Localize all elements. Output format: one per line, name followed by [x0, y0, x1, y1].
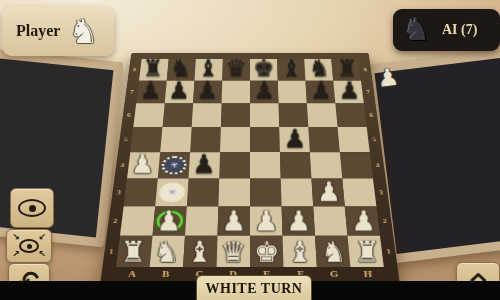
- square-e2[interactable]: ♟: [250, 206, 282, 235]
- white-pawn-e2[interactable]: ♟: [254, 207, 279, 235]
- square-b2[interactable]: ♟: [153, 206, 187, 235]
- rank-label-7-right: 7: [363, 89, 374, 95]
- square-h4[interactable]: [340, 152, 373, 178]
- square-c4[interactable]: ♟: [189, 152, 221, 178]
- rank-label-8-right: 8: [360, 67, 370, 72]
- square-f4[interactable]: [280, 152, 312, 178]
- square-f5[interactable]: ♟: [279, 127, 310, 152]
- ai-level-label: AI (7): [442, 22, 477, 38]
- file-label-B: B: [149, 269, 183, 279]
- square-d3[interactable]: [218, 179, 250, 207]
- square-e5[interactable]: [250, 127, 280, 152]
- square-c7[interactable]: ♟: [193, 81, 222, 104]
- rank-label-4-right: 4: [372, 162, 384, 169]
- square-d8[interactable]: ♛: [222, 59, 250, 81]
- black-bishop-f8[interactable]: ♝: [281, 56, 302, 80]
- square-f3[interactable]: [281, 179, 313, 207]
- square-g2[interactable]: [313, 206, 347, 235]
- turn-indicator-label: WHITE TURN: [206, 281, 303, 297]
- square-c3[interactable]: [187, 179, 219, 207]
- square-g6[interactable]: [307, 103, 338, 127]
- eye-icon: [18, 199, 46, 217]
- square-a7[interactable]: ♟: [136, 81, 167, 104]
- rank-label-7-left: 7: [127, 89, 138, 95]
- square-h3[interactable]: [342, 179, 376, 207]
- player-name-label: Player: [16, 22, 60, 40]
- square-b5[interactable]: [160, 127, 191, 152]
- black-pawn-f5[interactable]: ♟: [283, 126, 306, 152]
- black-pawn-a7[interactable]: ♟: [140, 78, 162, 102]
- square-d1[interactable]: ♛: [217, 236, 250, 267]
- square-a1[interactable]: ♜: [116, 236, 152, 267]
- black-pawn-b7[interactable]: ♟: [168, 78, 190, 102]
- file-label-H: H: [351, 269, 386, 279]
- square-e1[interactable]: ♚: [250, 236, 283, 267]
- black-pawn-c7[interactable]: ♟: [196, 78, 218, 102]
- square-h7[interactable]: ♟: [333, 81, 364, 104]
- black-knight-icon: ♞: [403, 15, 430, 45]
- move-target-b3[interactable]: ✳: [158, 183, 185, 203]
- board-grid: ♜♞♝♛♚♝♞♜♟♟♟♟♟♟♟♟✳♟✳♟♟♟♟♟♟♜♞♝♛♚♝♞♜: [116, 59, 384, 267]
- square-f2[interactable]: ♟: [282, 206, 315, 235]
- square-g1[interactable]: ♞: [315, 236, 350, 267]
- black-pawn-e7[interactable]: ♟: [253, 78, 275, 102]
- square-c6[interactable]: [192, 103, 222, 127]
- rank-label-1-left: 1: [105, 247, 118, 255]
- view-toggle-button[interactable]: [10, 188, 54, 228]
- rank-label-5-left: 5: [120, 136, 131, 142]
- square-f7[interactable]: [278, 81, 307, 104]
- square-f1[interactable]: ♝: [282, 236, 316, 267]
- square-d2[interactable]: ♟: [218, 206, 250, 235]
- game-stage: ♟ ♜♞♝♛♚♝♞♜♟♟♟♟♟♟♟♟✳♟✳♟♟♟♟♟♟♜♞♝♛♚♝♞♜ 1122…: [0, 0, 500, 300]
- move-target-b4[interactable]: ✳: [161, 156, 187, 174]
- eye-focus-icon: ↘ ↙ ↗ ↖: [11, 233, 47, 259]
- rank-label-1-right: 1: [382, 247, 395, 255]
- rank-label-3-right: 3: [375, 189, 387, 196]
- black-pawn-c4[interactable]: ♟: [192, 152, 215, 178]
- white-knight-icon: ♞: [68, 14, 98, 48]
- square-e6[interactable]: [250, 103, 279, 127]
- square-h2[interactable]: ♟: [345, 206, 380, 235]
- white-knight-g1[interactable]: ♞: [321, 238, 347, 267]
- file-label-G: G: [317, 269, 351, 279]
- square-h6[interactable]: [335, 103, 366, 127]
- square-a3[interactable]: [124, 179, 158, 207]
- rank-label-4-left: 4: [117, 162, 129, 169]
- square-h5[interactable]: [338, 127, 370, 152]
- square-d7[interactable]: [222, 81, 250, 104]
- rank-label-3-left: 3: [113, 189, 125, 196]
- captured-white-pawn: ♟: [376, 62, 401, 92]
- file-label-A: A: [115, 269, 150, 279]
- ai-card: ♞ AI (7): [393, 9, 500, 51]
- white-pawn-h2[interactable]: ♟: [351, 207, 376, 235]
- square-e7[interactable]: ♟: [250, 81, 278, 104]
- rank-label-8-left: 8: [129, 67, 139, 72]
- square-d6[interactable]: [221, 103, 250, 127]
- chess-board: ♜♞♝♛♚♝♞♜♟♟♟♟♟♟♟♟✳♟✳♟♟♟♟♟♟♜♞♝♛♚♝♞♜ 112233…: [100, 53, 400, 285]
- square-d5[interactable]: [220, 127, 250, 152]
- square-b6[interactable]: [162, 103, 193, 127]
- square-b1[interactable]: ♞: [150, 236, 185, 267]
- rank-label-6-right: 6: [366, 112, 377, 118]
- square-g5[interactable]: [308, 127, 339, 152]
- white-pawn-a4[interactable]: ♟: [131, 152, 154, 178]
- square-e4[interactable]: [250, 152, 281, 178]
- white-pawn-b2[interactable]: ♟: [156, 207, 181, 235]
- square-b7[interactable]: ♟: [165, 81, 195, 104]
- black-pawn-h7[interactable]: ♟: [339, 78, 361, 102]
- square-g7[interactable]: ♟: [306, 81, 336, 104]
- white-pawn-g3[interactable]: ♟: [317, 179, 341, 206]
- square-g3[interactable]: ♟: [311, 179, 344, 207]
- black-queen-d8[interactable]: ♛: [226, 56, 247, 80]
- square-c1[interactable]: ♝: [183, 236, 217, 267]
- square-c2[interactable]: [185, 206, 218, 235]
- square-e3[interactable]: [250, 179, 282, 207]
- white-bishop-c1[interactable]: ♝: [187, 238, 213, 267]
- white-queen-d1[interactable]: ♛: [221, 238, 247, 267]
- white-pawn-f2[interactable]: ♟: [286, 207, 311, 235]
- square-f8[interactable]: ♝: [277, 59, 305, 81]
- turn-indicator: WHITE TURN: [196, 275, 312, 300]
- square-a2[interactable]: [120, 206, 155, 235]
- white-knight-b1[interactable]: ♞: [154, 238, 180, 267]
- rank-label-6-left: 6: [123, 112, 134, 118]
- white-pawn-d2[interactable]: ♟: [221, 207, 246, 235]
- square-b4[interactable]: ✳: [158, 152, 190, 178]
- square-g4[interactable]: [310, 152, 342, 178]
- white-rook-h1[interactable]: ♜: [354, 238, 380, 267]
- white-king-e1[interactable]: ♚: [254, 238, 280, 267]
- white-rook-a1[interactable]: ♜: [120, 238, 146, 267]
- square-a6[interactable]: [133, 103, 164, 127]
- square-d4[interactable]: [219, 152, 250, 178]
- white-bishop-f1[interactable]: ♝: [287, 238, 313, 267]
- rank-label-2-left: 2: [109, 217, 121, 224]
- square-b3[interactable]: ✳: [155, 179, 188, 207]
- square-h1[interactable]: ♜: [347, 236, 383, 267]
- rank-label-2-right: 2: [379, 217, 391, 224]
- player-card: Player ♞: [2, 6, 114, 56]
- square-a4[interactable]: ♟: [127, 152, 160, 178]
- black-pawn-g7[interactable]: ♟: [310, 78, 332, 102]
- rank-label-5-right: 5: [369, 136, 380, 142]
- focus-view-button[interactable]: ↘ ↙ ↗ ↖: [6, 229, 52, 263]
